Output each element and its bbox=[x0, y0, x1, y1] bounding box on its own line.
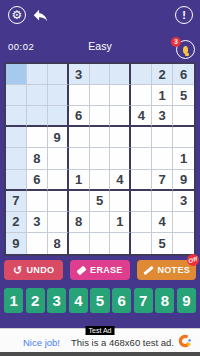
ad-body: This is a 468x60 test ad. bbox=[71, 337, 174, 348]
cell-r1c1[interactable] bbox=[6, 64, 27, 85]
alert-button[interactable]: ! bbox=[175, 6, 193, 24]
numpad: 123456789 bbox=[4, 288, 196, 313]
cell-r7c8[interactable] bbox=[152, 191, 173, 212]
cell-r2c4[interactable] bbox=[69, 85, 90, 106]
cell-r8c6[interactable]: 1 bbox=[110, 212, 131, 233]
cell-r2c8[interactable]: 1 bbox=[152, 85, 173, 106]
cell-r6c7[interactable] bbox=[131, 170, 152, 191]
cell-r5c1[interactable] bbox=[6, 148, 27, 169]
cell-r8c9[interactable] bbox=[173, 212, 194, 233]
cell-r1c3[interactable] bbox=[48, 64, 69, 85]
cell-r1c8[interactable]: 2 bbox=[152, 64, 173, 85]
cell-r5c6[interactable] bbox=[110, 148, 131, 169]
cell-r9c3[interactable]: 8 bbox=[48, 233, 69, 254]
cell-r2c1[interactable] bbox=[6, 85, 27, 106]
undo-button[interactable]: ↺ UNDO bbox=[4, 260, 63, 280]
ad-test-label: Test Ad bbox=[86, 326, 115, 335]
cell-r1c4[interactable]: 3 bbox=[69, 64, 90, 85]
numpad-key-7[interactable]: 7 bbox=[134, 288, 153, 313]
cell-r3c6[interactable] bbox=[110, 106, 131, 127]
controls-row: ↺ UNDO ERASE NOTES Off bbox=[4, 260, 196, 280]
cell-r2c7[interactable] bbox=[131, 85, 152, 106]
cell-r3c2[interactable] bbox=[27, 106, 48, 127]
cell-r3c4[interactable]: 6 bbox=[69, 106, 90, 127]
numpad-key-8[interactable]: 8 bbox=[155, 288, 174, 313]
lightbulb-icon bbox=[183, 46, 188, 54]
cell-r9c1[interactable]: 9 bbox=[6, 233, 27, 254]
cell-r8c5[interactable] bbox=[90, 212, 111, 233]
cell-r1c6[interactable] bbox=[110, 64, 131, 85]
cell-r6c9[interactable]: 9 bbox=[173, 170, 194, 191]
cell-r2c2[interactable] bbox=[27, 85, 48, 106]
cell-r7c1[interactable]: 7 bbox=[6, 191, 27, 212]
hint-button[interactable]: 3 bbox=[176, 40, 195, 59]
hint-count-badge: 3 bbox=[171, 37, 181, 47]
numpad-key-4[interactable]: 4 bbox=[69, 288, 88, 313]
cell-r4c2[interactable] bbox=[27, 127, 48, 148]
cell-r9c8[interactable]: 5 bbox=[152, 233, 173, 254]
erase-button[interactable]: ERASE bbox=[70, 260, 129, 280]
cell-r5c7[interactable] bbox=[131, 148, 152, 169]
cell-r4c8[interactable] bbox=[152, 127, 173, 148]
cell-r7c4[interactable] bbox=[69, 191, 90, 212]
numpad-key-1[interactable]: 1 bbox=[4, 288, 23, 313]
undo-icon: ↺ bbox=[13, 265, 23, 276]
numpad-key-5[interactable]: 5 bbox=[90, 288, 109, 313]
cell-r8c7[interactable] bbox=[131, 212, 152, 233]
cell-r6c6[interactable]: 4 bbox=[110, 170, 131, 191]
cell-r6c4[interactable]: 1 bbox=[69, 170, 90, 191]
erase-label: ERASE bbox=[90, 265, 123, 275]
notes-button[interactable]: NOTES Off bbox=[137, 260, 197, 280]
cell-r2c9[interactable]: 5 bbox=[173, 85, 194, 106]
numpad-key-9[interactable]: 9 bbox=[177, 288, 196, 313]
cell-r7c9[interactable]: 3 bbox=[173, 191, 194, 212]
ad-logo-icon bbox=[178, 334, 192, 348]
pencil-icon bbox=[143, 265, 153, 274]
app-background: ⚙ ! 00:02 Easy 3 32615643981614797532381… bbox=[0, 0, 200, 356]
back-button[interactable] bbox=[31, 6, 50, 25]
cell-r8c1[interactable]: 2 bbox=[6, 212, 27, 233]
cell-r5c3[interactable] bbox=[48, 148, 69, 169]
cell-r6c8[interactable]: 7 bbox=[152, 170, 173, 191]
cell-r4c3[interactable]: 9 bbox=[48, 127, 69, 148]
cell-r9c9[interactable] bbox=[173, 233, 194, 254]
cell-r3c9[interactable] bbox=[173, 106, 194, 127]
cell-r4c6[interactable] bbox=[110, 127, 131, 148]
numpad-key-2[interactable]: 2 bbox=[26, 288, 45, 313]
cell-r3c7[interactable]: 4 bbox=[131, 106, 152, 127]
cell-r4c5[interactable] bbox=[90, 127, 111, 148]
cell-r7c3[interactable] bbox=[48, 191, 69, 212]
cell-r8c8[interactable]: 4 bbox=[152, 212, 173, 233]
cell-r4c1[interactable] bbox=[6, 127, 27, 148]
notes-label: NOTES bbox=[158, 265, 191, 275]
cell-r8c3[interactable] bbox=[48, 212, 69, 233]
cell-r4c9[interactable] bbox=[173, 127, 194, 148]
exclamation-icon: ! bbox=[182, 10, 186, 21]
back-arrow-icon bbox=[32, 7, 49, 24]
ad-bottom-strip bbox=[0, 352, 200, 356]
cell-r9c2[interactable] bbox=[27, 233, 48, 254]
cell-r5c5[interactable] bbox=[90, 148, 111, 169]
cell-r1c2[interactable] bbox=[27, 64, 48, 85]
eraser-icon bbox=[77, 265, 87, 275]
cell-r6c5[interactable] bbox=[90, 170, 111, 191]
gear-icon: ⚙ bbox=[12, 9, 23, 21]
cell-r5c9[interactable]: 1 bbox=[173, 148, 194, 169]
numpad-key-6[interactable]: 6 bbox=[112, 288, 131, 313]
cell-r7c6[interactable] bbox=[110, 191, 131, 212]
cell-r9c4[interactable] bbox=[69, 233, 90, 254]
cell-r9c5[interactable] bbox=[90, 233, 111, 254]
cell-r8c2[interactable]: 3 bbox=[27, 212, 48, 233]
ad-headline: Nice job! bbox=[23, 337, 60, 348]
cell-r3c8[interactable]: 3 bbox=[152, 106, 173, 127]
cell-r7c7[interactable] bbox=[131, 191, 152, 212]
numpad-key-3[interactable]: 3 bbox=[47, 288, 66, 313]
cell-r5c2[interactable]: 8 bbox=[27, 148, 48, 169]
cell-r2c5[interactable] bbox=[90, 85, 111, 106]
cell-r4c7[interactable] bbox=[131, 127, 152, 148]
sudoku-board: 326156439816147975323814985 bbox=[4, 62, 196, 256]
cell-r5c8[interactable] bbox=[152, 148, 173, 169]
ad-banner[interactable]: Test Ad Nice job! This is a 468x60 test … bbox=[0, 328, 200, 356]
cell-r6c1[interactable] bbox=[6, 170, 27, 191]
cell-r4c4[interactable] bbox=[69, 127, 90, 148]
cell-r7c2[interactable] bbox=[27, 191, 48, 212]
cell-r1c5[interactable] bbox=[90, 64, 111, 85]
cell-r3c1[interactable] bbox=[6, 106, 27, 127]
difficulty-label: Easy bbox=[0, 40, 200, 52]
cell-r3c5[interactable] bbox=[90, 106, 111, 127]
cell-r5c4[interactable] bbox=[69, 148, 90, 169]
cell-r6c3[interactable] bbox=[48, 170, 69, 191]
undo-label: UNDO bbox=[27, 265, 55, 275]
cell-r7c5[interactable]: 5 bbox=[90, 191, 111, 212]
cell-r9c7[interactable] bbox=[131, 233, 152, 254]
cell-r8c4[interactable]: 8 bbox=[69, 212, 90, 233]
cell-r2c6[interactable] bbox=[110, 85, 131, 106]
cell-r2c3[interactable] bbox=[48, 85, 69, 106]
cell-r9c6[interactable] bbox=[110, 233, 131, 254]
cell-r1c9[interactable]: 6 bbox=[173, 64, 194, 85]
cell-r3c3[interactable] bbox=[48, 106, 69, 127]
settings-button[interactable]: ⚙ bbox=[8, 6, 26, 24]
cell-r6c2[interactable]: 6 bbox=[27, 170, 48, 191]
cell-r1c7[interactable] bbox=[131, 64, 152, 85]
